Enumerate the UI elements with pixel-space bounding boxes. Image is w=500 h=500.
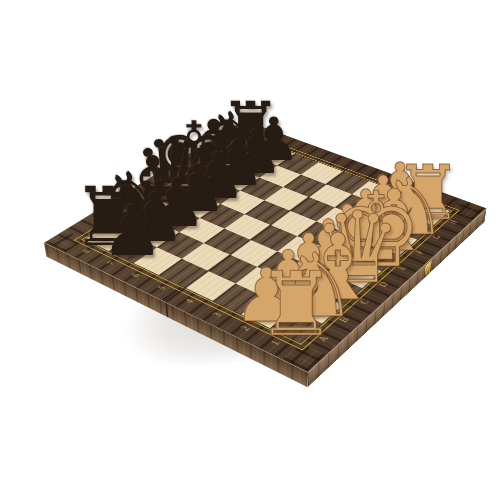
rank-label-4: 4 bbox=[184, 298, 195, 304]
rank-label-8: 8 bbox=[81, 249, 92, 255]
square-b6[interactable] bbox=[156, 232, 203, 259]
file-label-g: G bbox=[424, 228, 449, 246]
file-label-e: E bbox=[389, 258, 416, 278]
square-a4[interactable] bbox=[185, 271, 235, 301]
frame-grain-left bbox=[46, 230, 326, 371]
square-c1[interactable] bbox=[313, 275, 362, 305]
square-a8[interactable] bbox=[84, 225, 131, 251]
square-c5[interactable] bbox=[204, 229, 251, 255]
square-a5[interactable] bbox=[159, 259, 208, 288]
square-d4[interactable] bbox=[251, 225, 297, 251]
frame-grain-bottom bbox=[282, 200, 485, 371]
fold-seam-crack bbox=[165, 302, 168, 317]
brass-clasp bbox=[424, 260, 431, 276]
file-labels: ABCDEFGH bbox=[300, 211, 472, 355]
square-b1[interactable] bbox=[292, 292, 343, 323]
square-d1[interactable] bbox=[333, 259, 381, 288]
rank-label-1: 1 bbox=[270, 340, 282, 347]
square-c4[interactable] bbox=[230, 240, 278, 267]
perspective-wrapper: ABCDEFGH 87654321 bbox=[0, 0, 500, 500]
square-a3[interactable] bbox=[213, 284, 263, 315]
square-e3[interactable] bbox=[297, 221, 343, 247]
rank-label-2: 2 bbox=[240, 325, 252, 332]
rank-label-3: 3 bbox=[212, 311, 224, 318]
square-a6[interactable] bbox=[133, 247, 181, 275]
square-f1[interactable] bbox=[371, 229, 417, 256]
rank-label-6: 6 bbox=[131, 273, 142, 279]
square-b4[interactable] bbox=[208, 255, 257, 283]
square-c2[interactable] bbox=[284, 263, 333, 292]
chess-board: ABCDEFGH 87654321 bbox=[44, 120, 487, 372]
square-d3[interactable] bbox=[277, 236, 324, 263]
rank-labels: 87654321 bbox=[65, 240, 301, 359]
file-label-f: F bbox=[407, 243, 433, 262]
chess-set-photo: ABCDEFGH 87654321 ♜♟♞♟♝♟♚♟♛♟♟♝♜♟♟♞♞♟♟♜♝♟… bbox=[0, 0, 500, 500]
board-frame: ABCDEFGH 87654321 bbox=[44, 120, 487, 372]
file-label-h: H bbox=[441, 214, 465, 231]
square-e1[interactable] bbox=[352, 244, 399, 272]
square-b7[interactable] bbox=[132, 221, 179, 247]
square-b5[interactable] bbox=[182, 243, 230, 271]
square-b3[interactable] bbox=[235, 267, 284, 296]
rank-label-5: 5 bbox=[157, 285, 168, 291]
square-c3[interactable] bbox=[257, 251, 305, 279]
square-b2[interactable] bbox=[263, 279, 313, 309]
square-d2[interactable] bbox=[305, 247, 353, 275]
square-a2[interactable] bbox=[241, 296, 292, 328]
rank-label-7: 7 bbox=[106, 260, 117, 266]
square-a7[interactable] bbox=[108, 236, 156, 263]
board-grid bbox=[84, 136, 449, 343]
square-e2[interactable] bbox=[324, 232, 371, 259]
square-a1[interactable] bbox=[270, 310, 322, 343]
